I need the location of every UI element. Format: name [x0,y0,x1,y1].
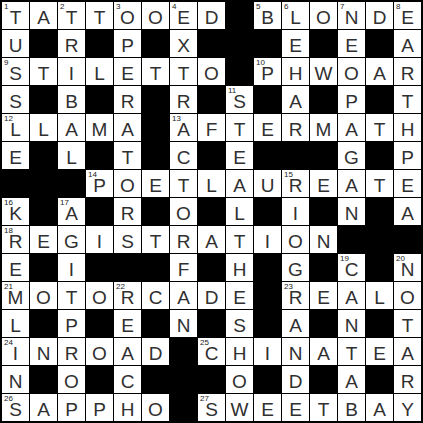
cell-r0c11[interactable]: O [310,2,337,29]
cell-letter: R [394,63,421,84]
cell-r1c14[interactable]: A [394,30,421,57]
cell-r5c14[interactable]: P [394,142,421,169]
cell-r4c9[interactable]: E [254,114,281,141]
cell-r11c4[interactable]: E [114,310,141,337]
cell-letter: U [2,35,29,56]
cell-letter: E [2,147,29,168]
cell-r0c5[interactable]: O [142,2,169,29]
cell-r12c3[interactable]: O [86,338,113,365]
cell-letter: N [170,315,197,336]
black-cell-r1c3 [86,30,113,57]
cell-r0c6[interactable]: 4E [170,2,197,29]
cell-r8c2[interactable]: G [58,226,85,253]
cell-letter: M [310,119,337,140]
black-cell-r5c7 [198,142,225,169]
cell-r14c14[interactable]: Y [394,394,421,421]
cell-letter: U [254,175,281,196]
cell-r12c0[interactable]: 24I [2,338,29,365]
cell-r2c1[interactable]: T [30,58,57,85]
cell-r2c5[interactable]: T [142,58,169,85]
cell-r4c7[interactable]: F [198,114,225,141]
cell-r5c2[interactable]: L [58,142,85,169]
cell-r9c6[interactable]: F [170,254,197,281]
cell-r8c11[interactable]: N [310,226,337,253]
cell-r9c2[interactable]: I [58,254,85,281]
cell-r13c8[interactable]: O [226,366,253,393]
cell-r8c8[interactable]: T [226,226,253,253]
cell-r2c11[interactable]: W [310,58,337,85]
cell-r9c14[interactable]: 20N [394,254,421,281]
cell-r6c12[interactable]: A [338,170,365,197]
cell-r3c2[interactable]: B [58,86,85,113]
cell-r6c4[interactable]: O [114,170,141,197]
cell-r6c9[interactable]: U [254,170,281,197]
cell-r12c8[interactable]: H [226,338,253,365]
black-cell-r5c5 [142,142,169,169]
cell-r10c5[interactable]: C [142,282,169,309]
cell-r0c13[interactable]: D [366,2,393,29]
cell-r10c4[interactable]: 22R [114,282,141,309]
cell-r3c6[interactable]: R [170,86,197,113]
cell-r12c13[interactable]: E [366,338,393,365]
cell-letter: H [226,259,253,280]
cell-r3c8[interactable]: 11S [226,86,253,113]
cell-letter: T [226,231,253,252]
cell-r2c10[interactable]: H [282,58,309,85]
cell-letter: A [58,203,85,224]
cell-r8c5[interactable]: T [142,226,169,253]
black-cell-r7c1 [30,198,57,225]
cell-r9c12[interactable]: 19C [338,254,365,281]
cell-letter: P [338,91,365,112]
cell-letter: S [2,399,29,420]
cell-r0c4[interactable]: 3O [114,2,141,29]
cell-letter: S [2,63,29,84]
cell-r6c10[interactable]: 15R [282,170,309,197]
cell-r9c8[interactable]: H [226,254,253,281]
black-cell-r11c1 [30,310,57,337]
cell-r11c10[interactable]: A [282,310,309,337]
cell-r4c13[interactable]: T [366,114,393,141]
black-cell-r9c9 [254,254,281,281]
cell-r14c4[interactable]: H [114,394,141,421]
cell-r14c8[interactable]: W [226,394,253,421]
black-cell-r11c7 [198,310,225,337]
cell-r9c0[interactable]: E [2,254,29,281]
cell-letter: E [394,175,421,196]
cell-letter: N [338,7,365,28]
cell-letter: R [58,35,85,56]
cell-letter: A [366,63,393,84]
cell-r14c3[interactable]: P [86,394,113,421]
cell-letter: O [114,7,141,28]
cell-r2c0[interactable]: 9S [2,58,29,85]
cell-letter: H [226,343,253,364]
cell-r6c11[interactable]: E [310,170,337,197]
cell-letter: E [226,147,253,168]
cell-r0c12[interactable]: 7N [338,2,365,29]
black-cell-r3c11 [310,86,337,113]
cell-letter: A [58,119,85,140]
black-cell-r2c8 [226,58,253,85]
cell-r12c10[interactable]: N [282,338,309,365]
cell-r0c9[interactable]: 5B [254,2,281,29]
cell-letter: G [282,259,309,280]
black-cell-r3c5 [142,86,169,113]
cell-r12c2[interactable]: R [58,338,85,365]
cell-r1c10[interactable]: E [282,30,309,57]
black-cell-r13c6 [170,366,197,393]
cell-r5c6[interactable]: C [170,142,197,169]
cell-r6c7[interactable]: L [198,170,225,197]
cell-letter: C [170,147,197,168]
cell-r10c2[interactable]: T [58,282,85,309]
cell-r10c14[interactable]: O [394,282,421,309]
cell-letter: O [142,7,169,28]
cell-letter: T [142,63,169,84]
cell-letter: T [142,231,169,252]
black-cell-r4c5 [142,114,169,141]
cell-r8c3[interactable]: I [86,226,113,253]
cell-r2c7[interactable]: O [198,58,225,85]
cell-letter: B [254,7,281,28]
cell-letter: N [282,343,309,364]
cell-r4c6[interactable]: 13A [170,114,197,141]
cell-r7c10[interactable]: I [282,198,309,225]
cell-r4c4[interactable]: A [114,114,141,141]
cell-letter: G [58,231,85,252]
cell-letter: A [394,35,421,56]
cell-r12c1[interactable]: N [30,338,57,365]
cell-r4c3[interactable]: M [86,114,113,141]
cell-letter: A [226,175,253,196]
cell-r6c14[interactable]: E [394,170,421,197]
black-cell-r13c5 [142,366,169,393]
cell-r4c0[interactable]: 12L [2,114,29,141]
cell-letter: P [58,399,85,420]
cell-letter: T [86,7,113,28]
black-cell-r9c3 [86,254,113,281]
cell-r11c8[interactable]: S [226,310,253,337]
cell-letter: G [338,147,365,168]
cell-r9c10[interactable]: G [282,254,309,281]
cell-letter: E [394,7,421,28]
cell-r10c11[interactable]: E [310,282,337,309]
cell-r7c12[interactable]: N [338,198,365,225]
cell-letter: A [282,315,309,336]
cell-letter: T [338,343,365,364]
black-cell-r6c1 [30,170,57,197]
cell-r10c7[interactable]: D [198,282,225,309]
cell-r8c6[interactable]: R [170,226,197,253]
cell-r1c6[interactable]: X [170,30,197,57]
cell-r12c14[interactable]: A [394,338,421,365]
cell-r3c4[interactable]: R [114,86,141,113]
cell-letter: I [254,343,281,364]
cell-r6c13[interactable]: T [366,170,393,197]
cell-r1c12[interactable]: E [338,30,365,57]
cell-letter: D [142,343,169,364]
cell-letter: O [310,7,337,28]
cell-letter: T [58,7,85,28]
cell-letter: A [170,287,197,308]
cell-r2c9[interactable]: 10P [254,58,281,85]
cell-r6c3[interactable]: 14P [86,170,113,197]
black-cell-r1c7 [198,30,225,57]
cell-letter: T [394,91,421,112]
cell-r1c4[interactable]: P [114,30,141,57]
black-cell-r9c13 [366,254,393,281]
cell-r7c4[interactable]: R [114,198,141,225]
black-cell-r11c5 [142,310,169,337]
black-cell-r11c9 [254,310,281,337]
cell-r11c12[interactable]: N [338,310,365,337]
cell-letter: H [114,399,141,420]
black-cell-r6c2 [58,170,85,197]
cell-r10c8[interactable]: E [226,282,253,309]
black-cell-r1c5 [142,30,169,57]
cell-r11c14[interactable]: T [394,310,421,337]
black-cell-r13c9 [254,366,281,393]
black-cell-r8c14 [394,226,421,253]
cell-letter: E [226,287,253,308]
cell-r0c1[interactable]: A [30,2,57,29]
cell-letter: C [338,259,365,280]
cell-r7c6[interactable]: O [170,198,197,225]
cell-r14c9[interactable]: E [254,394,281,421]
cell-letter: L [86,63,113,84]
cell-r2c13[interactable]: A [366,58,393,85]
black-cell-r10c9 [254,282,281,309]
cell-r10c6[interactable]: A [170,282,197,309]
cell-r0c7[interactable]: D [198,2,225,29]
cell-r2c2[interactable]: I [58,58,85,85]
cell-r11c0[interactable]: L [2,310,29,337]
cell-letter: E [254,399,281,420]
cell-letter: C [114,371,141,392]
cell-r10c3[interactable]: O [86,282,113,309]
cell-letter: A [338,287,365,308]
cell-r14c0[interactable]: 26S [2,394,29,421]
cell-letter: N [394,259,421,280]
cell-r13c10[interactable]: D [282,366,309,393]
black-cell-r11c11 [310,310,337,337]
cell-r7c0[interactable]: 16K [2,198,29,225]
black-cell-r6c0 [2,170,29,197]
cell-letter: O [86,287,113,308]
cell-r4c11[interactable]: M [310,114,337,141]
cell-r12c4[interactable]: A [114,338,141,365]
cell-letter: O [142,399,169,420]
cell-r14c5[interactable]: O [142,394,169,421]
black-cell-r7c9 [254,198,281,225]
black-cell-r7c3 [86,198,113,225]
cell-r4c8[interactable]: T [226,114,253,141]
cell-letter: A [394,343,421,364]
cell-r14c12[interactable]: B [338,394,365,421]
cell-r14c11[interactable]: T [310,394,337,421]
black-cell-r13c11 [310,366,337,393]
black-cell-r5c13 [366,142,393,169]
cell-r5c4[interactable]: T [114,142,141,169]
cell-r13c4[interactable]: C [114,366,141,393]
cell-r2c12[interactable]: O [338,58,365,85]
cell-r10c13[interactable]: L [366,282,393,309]
cell-letter: O [114,175,141,196]
cell-r4c10[interactable]: R [282,114,309,141]
cell-letter: I [58,63,85,84]
cell-r8c4[interactable]: S [114,226,141,253]
cell-letter: E [114,63,141,84]
cell-r3c14[interactable]: T [394,86,421,113]
cell-r14c7[interactable]: 27S [198,394,225,421]
black-cell-r3c9 [254,86,281,113]
cell-r11c6[interactable]: N [170,310,197,337]
cell-letter: A [114,343,141,364]
cell-r14c2[interactable]: P [58,394,85,421]
cell-letter: Y [394,399,421,420]
cell-letter: L [2,119,29,140]
cell-letter: T [114,147,141,168]
black-cell-r5c1 [30,142,57,169]
cell-letter: T [310,399,337,420]
cell-r1c0[interactable]: U [2,30,29,57]
cell-letter: A [338,119,365,140]
cell-r11c2[interactable]: P [58,310,85,337]
cell-r3c10[interactable]: A [282,86,309,113]
black-cell-r9c5 [142,254,169,281]
cell-letter: N [30,343,57,364]
cell-r10c10[interactable]: 23R [282,282,309,309]
cell-r2c3[interactable]: L [86,58,113,85]
cell-letter: A [338,175,365,196]
cell-r4c2[interactable]: A [58,114,85,141]
cell-r5c0[interactable]: E [2,142,29,169]
cell-r8c0[interactable]: 18R [2,226,29,253]
cell-letter: R [282,287,309,308]
cell-letter: E [366,343,393,364]
cell-letter: L [198,175,225,196]
cell-letter: A [366,399,393,420]
cell-letter: D [198,7,225,28]
cell-r10c12[interactable]: A [338,282,365,309]
cell-r10c1[interactable]: O [30,282,57,309]
cell-letter: I [2,343,29,364]
cell-r12c12[interactable]: T [338,338,365,365]
cell-r8c9[interactable]: I [254,226,281,253]
cell-letter: O [58,371,85,392]
cell-r6c6[interactable]: T [170,170,197,197]
black-cell-r3c13 [366,86,393,113]
cell-r4c12[interactable]: A [338,114,365,141]
cell-r7c2[interactable]: 17A [58,198,85,225]
cell-r13c0[interactable]: N [2,366,29,393]
black-cell-r9c7 [198,254,225,281]
black-cell-r5c10 [282,142,309,169]
cell-letter: R [114,287,141,308]
cell-r5c12[interactable]: G [338,142,365,169]
cell-r13c14[interactable]: R [394,366,421,393]
cell-letter: T [30,63,57,84]
cell-letter: N [338,315,365,336]
cell-r6c5[interactable]: E [142,170,169,197]
cell-letter: E [142,175,169,196]
cell-r0c3[interactable]: T [86,2,113,29]
cell-letter: D [366,7,393,28]
cell-letter: T [2,7,29,28]
cell-letter: X [170,35,197,56]
black-cell-r9c11 [310,254,337,281]
black-cell-r3c3 [86,86,113,113]
cell-r7c14[interactable]: A [394,198,421,225]
cell-letter: O [394,287,421,308]
cell-letter: R [114,203,141,224]
cell-r2c14[interactable]: R [394,58,421,85]
cell-letter: R [114,91,141,112]
cell-r3c0[interactable]: S [2,86,29,113]
cell-letter: A [30,7,57,28]
cell-letter: R [394,371,421,392]
crossword-board: 1TA2TT3OO4ED5B6LO7ND8EURPXEEA9STILETTO10… [0,0,423,423]
cell-letter: W [310,63,337,84]
cell-r8c1[interactable]: E [30,226,57,253]
cell-letter: R [2,231,29,252]
cell-letter: D [282,371,309,392]
cell-letter: O [338,63,365,84]
cell-r10c0[interactable]: 21M [2,282,29,309]
cell-r14c13[interactable]: A [366,394,393,421]
cell-letter: E [254,119,281,140]
cell-r14c1[interactable]: A [30,394,57,421]
cell-r13c12[interactable]: A [338,366,365,393]
cell-r12c5[interactable]: D [142,338,169,365]
cell-r7c8[interactable]: L [226,198,253,225]
cell-letter: O [170,203,197,224]
cell-r12c11[interactable]: A [310,338,337,365]
cell-r13c2[interactable]: O [58,366,85,393]
cell-r0c2[interactable]: 2T [58,2,85,29]
cell-r0c0[interactable]: 1T [2,2,29,29]
cell-r5c8[interactable]: E [226,142,253,169]
cell-letter: W [226,399,253,420]
cell-letter: F [170,259,197,280]
cell-letter: C [142,287,169,308]
cell-r1c2[interactable]: R [58,30,85,57]
cell-r0c14[interactable]: 8E [394,2,421,29]
cell-r12c7[interactable]: 25C [198,338,225,365]
cell-r2c6[interactable]: T [170,58,197,85]
cell-letter: D [198,287,225,308]
cell-r0c10[interactable]: 6L [282,2,309,29]
cell-letter: P [58,315,85,336]
cell-r6c8[interactable]: A [226,170,253,197]
cell-letter: E [170,7,197,28]
cell-r2c4[interactable]: E [114,58,141,85]
cell-r14c10[interactable]: E [282,394,309,421]
cell-letter: A [30,399,57,420]
cell-letter: P [254,63,281,84]
cell-r4c1[interactable]: L [30,114,57,141]
cell-r4c14[interactable]: H [394,114,421,141]
cell-r8c10[interactable]: O [282,226,309,253]
cell-r12c9[interactable]: I [254,338,281,365]
black-cell-r1c9 [254,30,281,57]
cell-r3c12[interactable]: P [338,86,365,113]
black-cell-r7c11 [310,198,337,225]
cell-r8c7[interactable]: A [198,226,225,253]
cell-letter: B [338,399,365,420]
cell-letter: T [366,119,393,140]
